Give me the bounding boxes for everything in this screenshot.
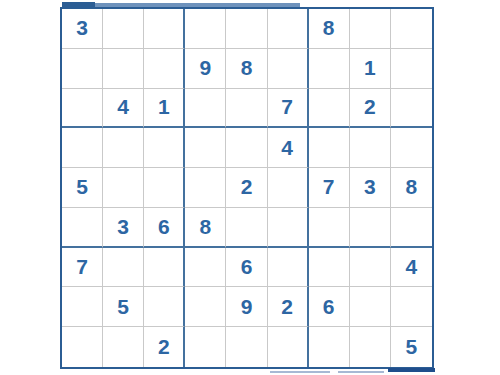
cell-r1c9[interactable] <box>391 9 432 49</box>
cell-r2c3[interactable] <box>144 49 185 89</box>
cell-r8c5[interactable]: 9 <box>226 287 267 327</box>
cell-r7c1[interactable]: 7 <box>62 248 103 288</box>
cell-r5c9[interactable]: 8 <box>391 168 432 208</box>
cell-r9c5[interactable] <box>226 327 267 367</box>
cell-r7c9[interactable]: 4 <box>391 248 432 288</box>
cell-r7c4[interactable] <box>185 248 226 288</box>
cell-r3c8[interactable]: 2 <box>350 89 391 129</box>
cell-r8c3[interactable] <box>144 287 185 327</box>
cell-r2c1[interactable] <box>62 49 103 89</box>
cell-r3c9[interactable] <box>391 89 432 129</box>
cell-r4c3[interactable] <box>144 128 185 168</box>
cell-r2c4[interactable]: 9 <box>185 49 226 89</box>
cell-r8c8[interactable] <box>350 287 391 327</box>
clipped-text-artifact-bottom-1 <box>270 371 330 373</box>
cell-r3c4[interactable] <box>185 89 226 129</box>
cell-r9c7[interactable] <box>309 327 350 367</box>
cell-r2c9[interactable] <box>391 49 432 89</box>
cell-r6c3[interactable]: 6 <box>144 208 185 248</box>
clipped-text-artifact-bottom-2 <box>338 371 384 373</box>
cell-r4c2[interactable] <box>103 128 144 168</box>
cell-r5c2[interactable] <box>103 168 144 208</box>
cell-r7c7[interactable] <box>309 248 350 288</box>
cell-r5c7[interactable]: 7 <box>309 168 350 208</box>
cell-r2c6[interactable] <box>268 49 309 89</box>
cell-r5c1[interactable]: 5 <box>62 168 103 208</box>
cell-r8c7[interactable]: 6 <box>309 287 350 327</box>
cell-r7c2[interactable] <box>103 248 144 288</box>
cell-r8c6[interactable]: 2 <box>268 287 309 327</box>
cell-r5c4[interactable] <box>185 168 226 208</box>
cell-r4c5[interactable] <box>226 128 267 168</box>
cell-r9c1[interactable] <box>62 327 103 367</box>
cell-r4c9[interactable] <box>391 128 432 168</box>
cell-r4c6[interactable]: 4 <box>268 128 309 168</box>
cell-r2c2[interactable] <box>103 49 144 89</box>
cell-r7c5[interactable]: 6 <box>226 248 267 288</box>
cell-r6c1[interactable] <box>62 208 103 248</box>
cell-r1c2[interactable] <box>103 9 144 49</box>
cell-r1c1[interactable]: 3 <box>62 9 103 49</box>
cell-r6c8[interactable] <box>350 208 391 248</box>
cell-r3c5[interactable] <box>226 89 267 129</box>
cell-r8c2[interactable]: 5 <box>103 287 144 327</box>
cell-r6c9[interactable] <box>391 208 432 248</box>
cell-r9c4[interactable] <box>185 327 226 367</box>
cell-r3c3[interactable]: 1 <box>144 89 185 129</box>
cell-r9c8[interactable] <box>350 327 391 367</box>
cell-r4c7[interactable] <box>309 128 350 168</box>
cell-r3c1[interactable] <box>62 89 103 129</box>
cell-r7c6[interactable] <box>268 248 309 288</box>
cell-r4c8[interactable] <box>350 128 391 168</box>
cell-r1c8[interactable] <box>350 9 391 49</box>
cell-r2c7[interactable] <box>309 49 350 89</box>
cell-r9c3[interactable]: 2 <box>144 327 185 367</box>
cell-r8c4[interactable] <box>185 287 226 327</box>
cell-r7c8[interactable] <box>350 248 391 288</box>
cell-r1c6[interactable] <box>268 9 309 49</box>
sudoku-board: 389814172452738368764592625 <box>60 7 434 369</box>
cell-r7c3[interactable] <box>144 248 185 288</box>
cell-r3c7[interactable] <box>309 89 350 129</box>
cell-r8c9[interactable] <box>391 287 432 327</box>
cell-r9c6[interactable] <box>268 327 309 367</box>
cell-r6c4[interactable]: 8 <box>185 208 226 248</box>
cell-r5c3[interactable] <box>144 168 185 208</box>
cell-r3c6[interactable]: 7 <box>268 89 309 129</box>
cell-r1c4[interactable] <box>185 9 226 49</box>
cell-r8c1[interactable] <box>62 287 103 327</box>
cell-r9c2[interactable] <box>103 327 144 367</box>
cell-r2c5[interactable]: 8 <box>226 49 267 89</box>
cell-r6c2[interactable]: 3 <box>103 208 144 248</box>
cell-r5c5[interactable]: 2 <box>226 168 267 208</box>
cell-r1c5[interactable] <box>226 9 267 49</box>
cell-r6c7[interactable] <box>309 208 350 248</box>
cell-r2c8[interactable]: 1 <box>350 49 391 89</box>
cell-r3c2[interactable]: 4 <box>103 89 144 129</box>
cell-r1c3[interactable] <box>144 9 185 49</box>
cell-r4c4[interactable] <box>185 128 226 168</box>
cell-r9c9[interactable]: 5 <box>391 327 432 367</box>
cell-r4c1[interactable] <box>62 128 103 168</box>
cell-r1c7[interactable]: 8 <box>309 9 350 49</box>
cell-r6c5[interactable] <box>226 208 267 248</box>
page: 389814172452738368764592625 <box>0 0 500 375</box>
cell-r5c6[interactable] <box>268 168 309 208</box>
cell-r5c8[interactable]: 3 <box>350 168 391 208</box>
cell-r6c6[interactable] <box>268 208 309 248</box>
